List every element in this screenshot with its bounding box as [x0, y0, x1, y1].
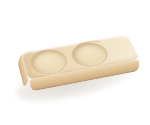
product-photo-stage	[0, 0, 150, 125]
wooden-tray-top-surface	[21, 34, 140, 79]
